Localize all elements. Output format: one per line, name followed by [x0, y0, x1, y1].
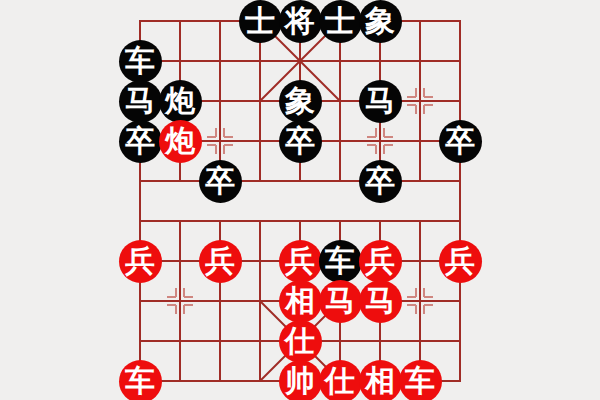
piece-black-soldier[interactable]: 卒: [439, 120, 482, 163]
piece-red-elephant[interactable]: 相: [359, 360, 402, 400]
piece-red-elephant[interactable]: 相: [279, 280, 322, 323]
piece-black-chariot[interactable]: 车: [319, 240, 362, 283]
piece-black-cannon[interactable]: 炮: [159, 80, 202, 123]
piece-red-soldier[interactable]: 兵: [119, 240, 162, 283]
piece-black-general[interactable]: 将: [279, 0, 322, 43]
piece-red-chariot[interactable]: 车: [119, 360, 162, 400]
piece-red-soldier[interactable]: 兵: [359, 240, 402, 283]
piece-red-chariot[interactable]: 车: [399, 360, 442, 400]
piece-black-elephant[interactable]: 象: [359, 0, 402, 43]
piece-black-soldier[interactable]: 卒: [119, 120, 162, 163]
piece-black-elephant[interactable]: 象: [279, 80, 322, 123]
piece-red-soldier[interactable]: 兵: [199, 240, 242, 283]
piece-black-soldier[interactable]: 卒: [199, 160, 242, 203]
piece-red-general[interactable]: 帅: [279, 360, 322, 400]
piece-black-advisor[interactable]: 士: [239, 0, 282, 43]
piece-red-soldier[interactable]: 兵: [279, 240, 322, 283]
xiangqi-board[interactable]: 士将士象车马炮象马卒炮卒卒卒卒兵兵兵车兵兵相马马仕车帅仕相车: [120, 1, 480, 400]
piece-red-horse[interactable]: 马: [359, 280, 402, 323]
piece-black-chariot[interactable]: 车: [119, 40, 162, 83]
piece-red-soldier[interactable]: 兵: [439, 240, 482, 283]
piece-red-advisor[interactable]: 仕: [279, 320, 322, 363]
piece-red-horse[interactable]: 马: [319, 280, 362, 323]
piece-red-advisor[interactable]: 仕: [319, 360, 362, 400]
piece-black-soldier[interactable]: 卒: [279, 120, 322, 163]
piece-black-soldier[interactable]: 卒: [359, 160, 402, 203]
piece-black-horse[interactable]: 马: [119, 80, 162, 123]
piece-black-horse[interactable]: 马: [359, 80, 402, 123]
piece-black-advisor[interactable]: 士: [319, 0, 362, 43]
xiangqi-app: { "game": "xiangqi", "position": "3akab2…: [0, 0, 600, 400]
piece-grid: 士将士象车马炮象马卒炮卒卒卒卒兵兵兵车兵兵相马马仕车帅仕相车: [120, 1, 480, 400]
piece-red-cannon[interactable]: 炮: [159, 120, 202, 163]
